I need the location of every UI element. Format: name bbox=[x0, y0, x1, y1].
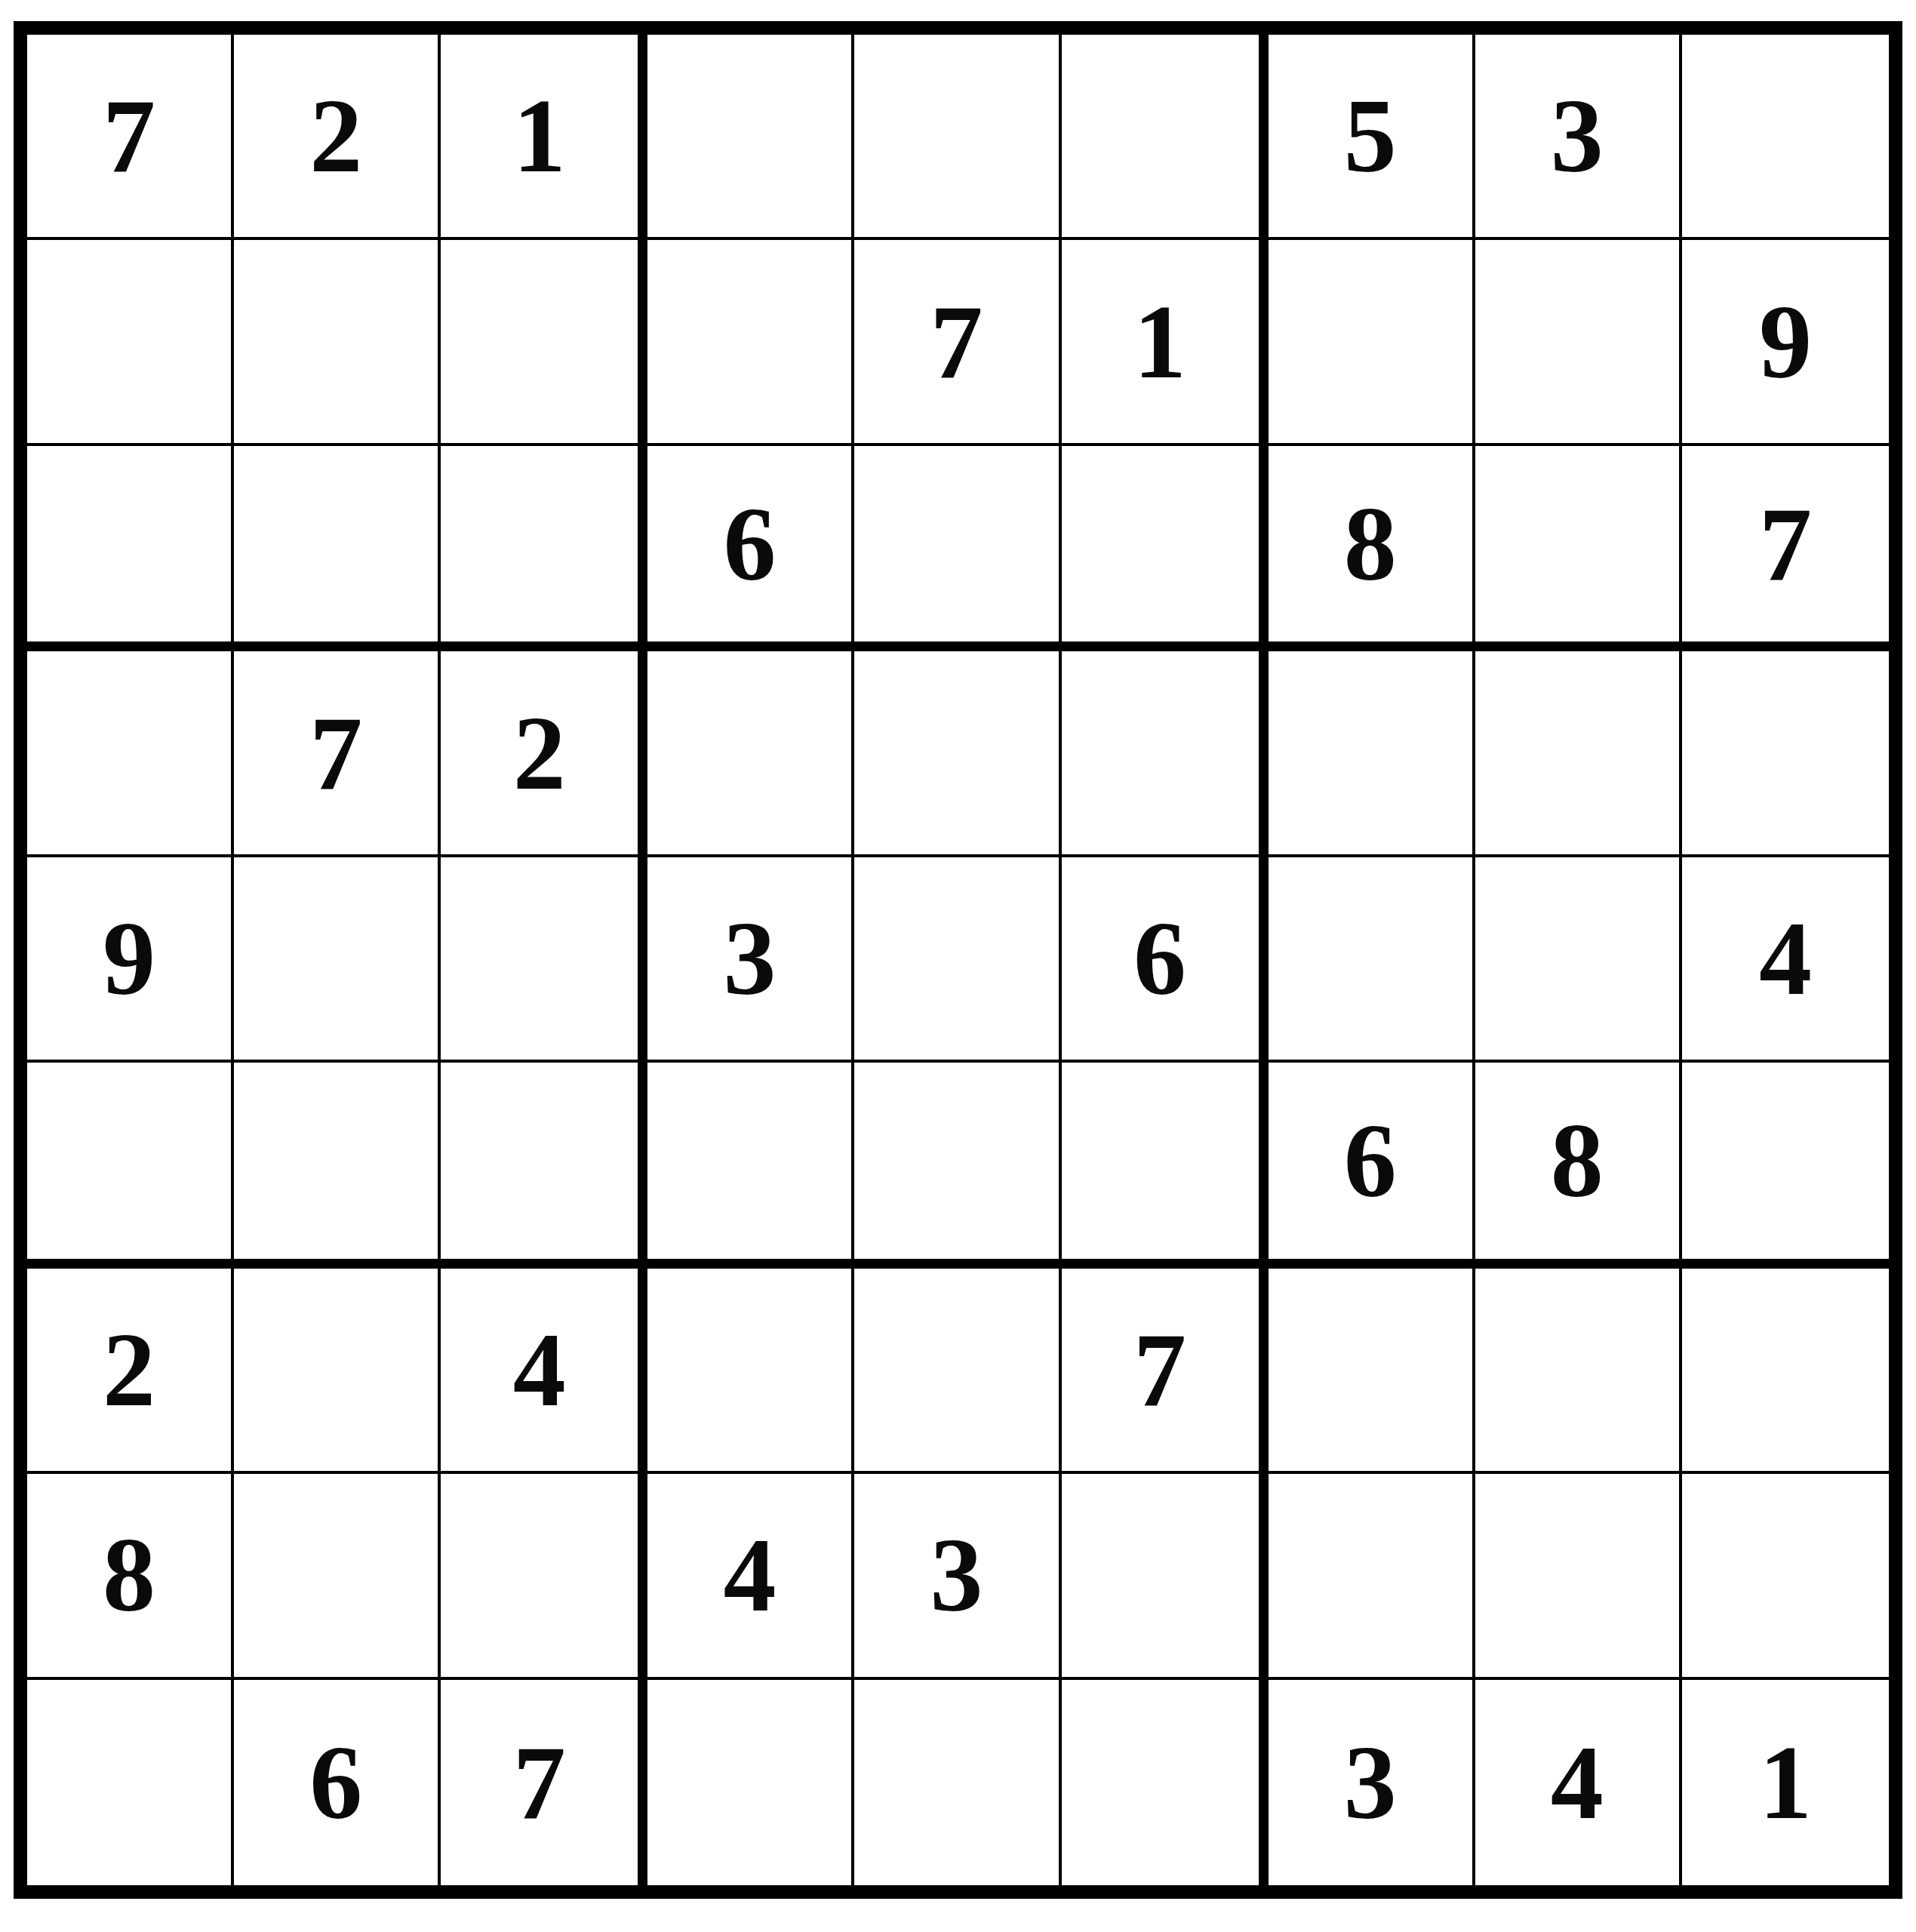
cell-r2c1-empty[interactable] bbox=[27, 240, 234, 445]
cell-r4c3-given: 2 bbox=[441, 651, 647, 857]
cell-r6c1-empty[interactable] bbox=[27, 1063, 234, 1268]
cell-r1c1-given: 7 bbox=[27, 35, 234, 240]
cell-r5c9-given: 4 bbox=[1682, 857, 1889, 1063]
cell-r7c1-given: 2 bbox=[27, 1269, 234, 1474]
cell-r4c4-empty[interactable] bbox=[647, 651, 854, 857]
cell-r2c2-empty[interactable] bbox=[234, 240, 441, 445]
cell-r2c9-given: 9 bbox=[1682, 240, 1889, 445]
cell-r6c4-empty[interactable] bbox=[647, 1063, 854, 1268]
cell-r5c5-empty[interactable] bbox=[854, 857, 1061, 1063]
cell-r4c6-empty[interactable] bbox=[1062, 651, 1269, 857]
cell-r4c7-empty[interactable] bbox=[1269, 651, 1475, 857]
cell-r9c6-empty[interactable] bbox=[1062, 1680, 1269, 1885]
cell-r7c6-given: 7 bbox=[1062, 1269, 1269, 1474]
cell-r1c6-empty[interactable] bbox=[1062, 35, 1269, 240]
cell-r8c3-empty[interactable] bbox=[441, 1474, 647, 1679]
cell-r7c8-empty[interactable] bbox=[1475, 1269, 1682, 1474]
cell-r7c7-empty[interactable] bbox=[1269, 1269, 1475, 1474]
cell-r6c6-empty[interactable] bbox=[1062, 1063, 1269, 1268]
cell-r6c2-empty[interactable] bbox=[234, 1063, 441, 1268]
cell-r6c3-empty[interactable] bbox=[441, 1063, 647, 1268]
cell-r7c2-empty[interactable] bbox=[234, 1269, 441, 1474]
cell-r1c4-empty[interactable] bbox=[647, 35, 854, 240]
cell-r9c9-given: 1 bbox=[1682, 1680, 1889, 1885]
cell-r8c8-empty[interactable] bbox=[1475, 1474, 1682, 1679]
cell-r6c9-empty[interactable] bbox=[1682, 1063, 1889, 1268]
cell-r7c5-empty[interactable] bbox=[854, 1269, 1061, 1474]
cell-r3c9-given: 7 bbox=[1682, 446, 1889, 651]
cell-r2c8-empty[interactable] bbox=[1475, 240, 1682, 445]
cell-r2c7-empty[interactable] bbox=[1269, 240, 1475, 445]
cell-r6c5-empty[interactable] bbox=[854, 1063, 1061, 1268]
cell-r9c4-empty[interactable] bbox=[647, 1680, 854, 1885]
cell-r5c3-empty[interactable] bbox=[441, 857, 647, 1063]
cell-r3c3-empty[interactable] bbox=[441, 446, 647, 651]
cell-r9c3-given: 7 bbox=[441, 1680, 647, 1885]
cell-r8c7-empty[interactable] bbox=[1269, 1474, 1475, 1679]
cell-r4c9-empty[interactable] bbox=[1682, 651, 1889, 857]
cell-r2c4-empty[interactable] bbox=[647, 240, 854, 445]
cell-r2c3-empty[interactable] bbox=[441, 240, 647, 445]
cell-r3c8-empty[interactable] bbox=[1475, 446, 1682, 651]
cell-r5c4-given: 3 bbox=[647, 857, 854, 1063]
cell-r9c1-empty[interactable] bbox=[27, 1680, 234, 1885]
cell-r1c2-given: 2 bbox=[234, 35, 441, 240]
sudoku-board: 721537196877293646824784367341 bbox=[14, 21, 1902, 1899]
cell-r1c3-given: 1 bbox=[441, 35, 647, 240]
cell-r1c8-given: 3 bbox=[1475, 35, 1682, 240]
cell-r5c7-empty[interactable] bbox=[1269, 857, 1475, 1063]
cell-r8c5-given: 3 bbox=[854, 1474, 1061, 1679]
cell-r1c5-empty[interactable] bbox=[854, 35, 1061, 240]
cell-r6c7-given: 6 bbox=[1269, 1063, 1475, 1268]
cell-r3c2-empty[interactable] bbox=[234, 446, 441, 651]
cell-r7c4-empty[interactable] bbox=[647, 1269, 854, 1474]
cell-r8c4-given: 4 bbox=[647, 1474, 854, 1679]
cell-r8c1-given: 8 bbox=[27, 1474, 234, 1679]
cell-r9c2-given: 6 bbox=[234, 1680, 441, 1885]
cell-r8c2-empty[interactable] bbox=[234, 1474, 441, 1679]
cell-r3c6-empty[interactable] bbox=[1062, 446, 1269, 651]
cell-r4c1-empty[interactable] bbox=[27, 651, 234, 857]
cell-r4c5-empty[interactable] bbox=[854, 651, 1061, 857]
cell-r7c3-given: 4 bbox=[441, 1269, 647, 1474]
cell-r5c8-empty[interactable] bbox=[1475, 857, 1682, 1063]
cell-r9c8-given: 4 bbox=[1475, 1680, 1682, 1885]
cell-r4c8-empty[interactable] bbox=[1475, 651, 1682, 857]
cell-r3c4-given: 6 bbox=[647, 446, 854, 651]
cell-r7c9-empty[interactable] bbox=[1682, 1269, 1889, 1474]
cell-r8c6-empty[interactable] bbox=[1062, 1474, 1269, 1679]
cell-r3c7-given: 8 bbox=[1269, 446, 1475, 651]
cell-r9c5-empty[interactable] bbox=[854, 1680, 1061, 1885]
cell-r2c6-given: 1 bbox=[1062, 240, 1269, 445]
cell-r9c7-given: 3 bbox=[1269, 1680, 1475, 1885]
cell-r4c2-given: 7 bbox=[234, 651, 441, 857]
cell-r1c7-given: 5 bbox=[1269, 35, 1475, 240]
cell-r2c5-given: 7 bbox=[854, 240, 1061, 445]
cell-r8c9-empty[interactable] bbox=[1682, 1474, 1889, 1679]
cell-r1c9-empty[interactable] bbox=[1682, 35, 1889, 240]
cell-r6c8-given: 8 bbox=[1475, 1063, 1682, 1268]
cell-r5c1-given: 9 bbox=[27, 857, 234, 1063]
cell-r5c6-given: 6 bbox=[1062, 857, 1269, 1063]
cell-r3c1-empty[interactable] bbox=[27, 446, 234, 651]
cell-r3c5-empty[interactable] bbox=[854, 446, 1061, 651]
cell-r5c2-empty[interactable] bbox=[234, 857, 441, 1063]
